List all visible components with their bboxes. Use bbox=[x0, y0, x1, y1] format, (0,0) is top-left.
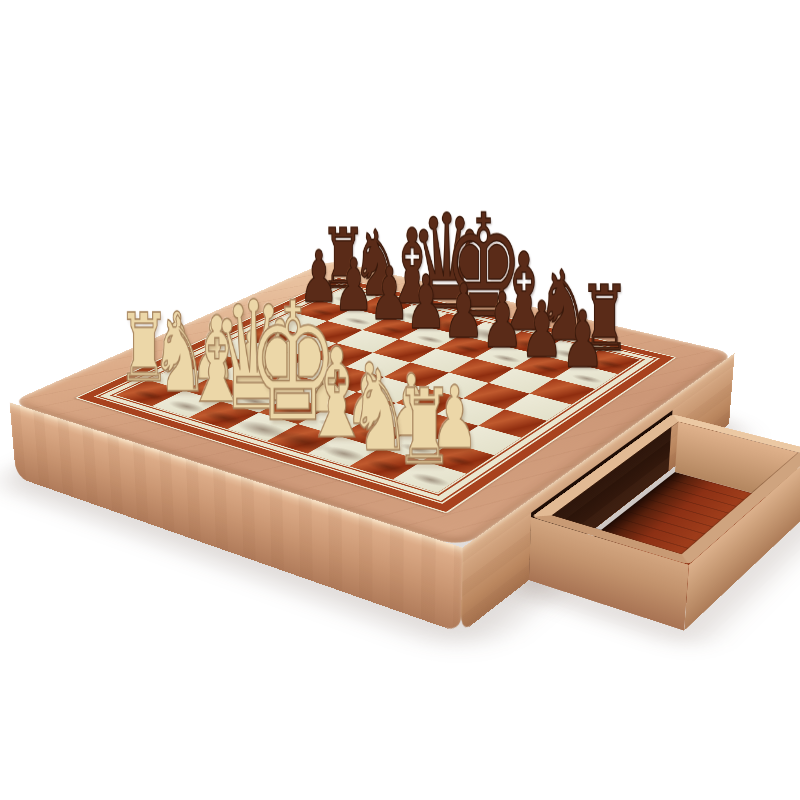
piece-black-pawn-h7: ♟ bbox=[520, 301, 644, 379]
piece-white-rook-h1: ♜ bbox=[353, 376, 494, 481]
product-photo-canvas: ♜♞♝♛♚♝♞♜♟♟♟♟♟♟♟♟♟♟♟♟♟♟♟♟♜♞♝♛♚♝♞♜ bbox=[0, 0, 800, 800]
chess-box: ♜♞♝♛♚♝♞♜♟♟♟♟♟♟♟♟♟♟♟♟♟♟♟♟♜♞♝♛♚♝♞♜ bbox=[10, 260, 735, 548]
